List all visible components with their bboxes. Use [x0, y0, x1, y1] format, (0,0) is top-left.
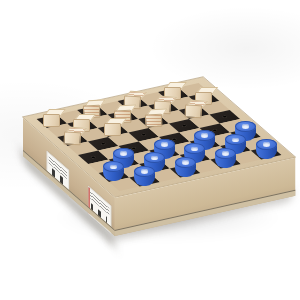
blue-peg-piece [175, 157, 196, 177]
blue-peg-piece [134, 166, 155, 186]
wooden-cube-piece [104, 117, 123, 135]
blue-peg-piece [103, 161, 124, 181]
blue-peg-piece [215, 148, 236, 168]
blue-peg-piece [256, 139, 277, 159]
wooden-cube-piece [63, 126, 83, 145]
product-photo-scene [0, 0, 300, 300]
wooden-cube-piece [43, 108, 62, 126]
wooden-cube-piece [185, 99, 205, 118]
wooden-cube-piece [144, 108, 164, 127]
